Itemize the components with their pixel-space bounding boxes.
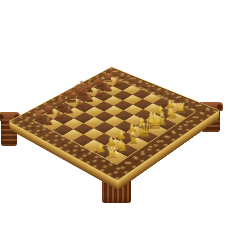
chess-board-platform: ♜♟♟♜♞♟♟♞♝♟♟♝♚♟♟♚♛♟♟♛♝♟♟♝♞♟♟♞♜♟♟♜ [8,66,220,180]
piece-copper-pawn[interactable]: ♟ [41,115,56,127]
board-tilt-wrapper: ♜♟♟♜♞♟♟♞♝♟♟♝♚♟♟♚♛♟♟♛♝♟♟♝♞♟♟♞♜♟♟♜ [0,0,228,228]
piece-gold-rook[interactable]: ♜ [103,145,120,160]
chess-set-photo: ♜♟♟♜♞♟♟♞♝♟♟♝♚♟♟♚♛♟♟♛♝♟♟♝♞♟♟♞♜♟♟♜ [0,0,228,228]
